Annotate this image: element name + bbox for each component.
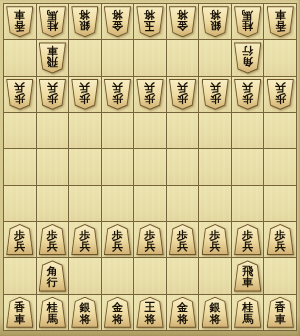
piece-sente-lance[interactable]: 香車 [267, 297, 294, 328]
piece-gote-silver[interactable]: 銀将 [202, 6, 229, 37]
board-cell[interactable] [102, 40, 134, 75]
kanji-char: 兵 [275, 81, 286, 93]
board-cell[interactable]: 歩兵 [232, 77, 264, 112]
board-cell[interactable] [264, 149, 296, 184]
piece-gote-pawn[interactable]: 歩兵 [234, 79, 261, 110]
board-cell[interactable] [167, 258, 199, 293]
board-cell[interactable] [167, 186, 199, 221]
piece-gote-gold[interactable]: 金将 [104, 6, 131, 37]
piece-gote-pawn[interactable]: 歩兵 [267, 79, 294, 110]
piece-gote-rook[interactable]: 飛車 [39, 42, 66, 73]
kanji-char: 馬 [47, 9, 58, 21]
board-cell[interactable] [4, 186, 36, 221]
board-cell[interactable] [102, 186, 134, 221]
board-cell[interactable] [199, 40, 231, 75]
board-cell[interactable]: 金将 [102, 295, 134, 330]
board-cell[interactable]: 歩兵 [134, 77, 166, 112]
piece-kanji-label: 歩兵 [202, 79, 229, 110]
piece-kanji-label: 歩兵 [6, 224, 33, 255]
piece-kanji-label: 歩兵 [6, 79, 33, 110]
piece-gote-knight[interactable]: 桂馬 [234, 6, 261, 37]
board-cell[interactable]: 香車 [4, 4, 36, 39]
piece-kanji-label: 歩兵 [267, 224, 294, 255]
kanji-char: 兵 [14, 241, 25, 253]
kanji-char: 歩 [47, 93, 58, 105]
board-cell[interactable]: 金将 [102, 4, 134, 39]
piece-kanji-label: 歩兵 [202, 224, 229, 255]
piece-gote-pawn[interactable]: 歩兵 [136, 79, 163, 110]
piece-gote-lance[interactable]: 香車 [267, 6, 294, 37]
board-cell[interactable]: 香車 [264, 4, 296, 39]
piece-kanji-label: 銀将 [202, 6, 229, 37]
kanji-char: 兵 [242, 81, 253, 93]
board-cell[interactable]: 歩兵 [167, 222, 199, 257]
kanji-char: 兵 [210, 241, 221, 253]
kanji-char: 歩 [242, 93, 253, 105]
piece-kanji-label: 飛車 [234, 260, 261, 291]
board-cell[interactable]: 香車 [264, 295, 296, 330]
piece-sente-silver[interactable]: 銀将 [71, 297, 98, 328]
piece-kanji-label: 桂馬 [234, 297, 261, 328]
board-cell[interactable]: 角行 [37, 258, 69, 293]
board-cell[interactable]: 歩兵 [102, 222, 134, 257]
piece-sente-pawn[interactable]: 歩兵 [136, 224, 163, 255]
piece-sente-knight[interactable]: 桂馬 [234, 297, 261, 328]
piece-sente-pawn[interactable]: 歩兵 [267, 224, 294, 255]
board-cell[interactable] [134, 149, 166, 184]
piece-kanji-label: 銀将 [71, 297, 98, 328]
kanji-char: 桂 [242, 20, 253, 32]
kanji-char: 角 [242, 57, 253, 69]
kanji-char: 兵 [79, 241, 90, 253]
board-cell[interactable]: 銀将 [69, 295, 101, 330]
kanji-char: 金 [177, 20, 188, 32]
kanji-char: 兵 [210, 81, 221, 93]
board-cell[interactable]: 王将 [134, 295, 166, 330]
piece-sente-pawn[interactable]: 歩兵 [169, 224, 196, 255]
kanji-char: 桂 [47, 20, 58, 32]
piece-gote-lance[interactable]: 香車 [6, 6, 33, 37]
piece-gote-knight[interactable]: 桂馬 [39, 6, 66, 37]
kanji-char: 将 [177, 314, 188, 326]
piece-kanji-label: 桂馬 [39, 297, 66, 328]
board-cell[interactable]: 銀将 [199, 4, 231, 39]
piece-kanji-label: 角行 [234, 42, 261, 73]
kanji-char: 歩 [210, 93, 221, 105]
kanji-char: 玉 [144, 20, 155, 32]
board-cell[interactable]: 桂馬 [232, 4, 264, 39]
board-cell[interactable] [167, 113, 199, 148]
board-cell[interactable] [199, 149, 231, 184]
board-cell[interactable] [134, 258, 166, 293]
piece-kanji-label: 歩兵 [104, 79, 131, 110]
kanji-char: 歩 [275, 93, 286, 105]
board-cell[interactable]: 歩兵 [37, 222, 69, 257]
kanji-char: 将 [112, 314, 123, 326]
board-cell[interactable] [264, 258, 296, 293]
kanji-char: 馬 [242, 314, 253, 326]
board-cell[interactable]: 角行 [232, 40, 264, 75]
board-cell[interactable] [37, 186, 69, 221]
board-cell[interactable] [69, 258, 101, 293]
kanji-char: 兵 [47, 241, 58, 253]
board-cell[interactable]: 香車 [4, 295, 36, 330]
piece-kanji-label: 香車 [267, 297, 294, 328]
board-cell[interactable]: 玉将 [134, 4, 166, 39]
piece-kanji-label: 角行 [39, 260, 66, 291]
board-cell[interactable]: 歩兵 [199, 77, 231, 112]
piece-sente-pawn[interactable]: 歩兵 [6, 224, 33, 255]
piece-sente-pawn[interactable]: 歩兵 [71, 224, 98, 255]
kanji-char: 将 [210, 314, 221, 326]
kanji-char: 兵 [14, 81, 25, 93]
piece-kanji-label: 歩兵 [267, 79, 294, 110]
kanji-char: 香 [14, 20, 25, 32]
piece-kanji-label: 歩兵 [71, 224, 98, 255]
piece-kanji-label: 王将 [136, 297, 163, 328]
board-cell[interactable] [102, 113, 134, 148]
piece-gote-king[interactable]: 玉将 [136, 6, 163, 37]
kanji-char: 兵 [144, 241, 155, 253]
piece-kanji-label: 金将 [169, 6, 196, 37]
piece-kanji-label: 銀将 [202, 297, 229, 328]
piece-kanji-label: 歩兵 [136, 79, 163, 110]
board-cell[interactable] [69, 186, 101, 221]
kanji-char: 行 [47, 277, 58, 289]
board-cell[interactable]: 歩兵 [264, 222, 296, 257]
piece-kanji-label: 歩兵 [104, 224, 131, 255]
kanji-char: 将 [210, 9, 221, 21]
kanji-char: 兵 [47, 81, 58, 93]
kanji-char: 兵 [242, 241, 253, 253]
kanji-char: 車 [14, 314, 25, 326]
piece-sente-gold[interactable]: 金将 [104, 297, 131, 328]
piece-kanji-label: 歩兵 [234, 224, 261, 255]
kanji-char: 兵 [144, 81, 155, 93]
piece-sente-lance[interactable]: 香車 [6, 297, 33, 328]
piece-gote-pawn[interactable]: 歩兵 [39, 79, 66, 110]
piece-sente-silver[interactable]: 銀将 [202, 297, 229, 328]
piece-gote-pawn[interactable]: 歩兵 [169, 79, 196, 110]
board-cell[interactable] [232, 186, 264, 221]
kanji-char: 兵 [112, 81, 123, 93]
board-cell[interactable] [232, 149, 264, 184]
board-cell[interactable] [199, 113, 231, 148]
piece-kanji-label: 歩兵 [169, 224, 196, 255]
board-cell[interactable]: 桂馬 [232, 295, 264, 330]
board-cell[interactable]: 銀将 [199, 295, 231, 330]
board-cell[interactable] [37, 113, 69, 148]
kanji-char: 将 [79, 9, 90, 21]
board-cell[interactable]: 歩兵 [134, 222, 166, 257]
piece-gote-silver[interactable]: 銀将 [71, 6, 98, 37]
board-cell[interactable]: 歩兵 [37, 77, 69, 112]
piece-gote-pawn[interactable]: 歩兵 [71, 79, 98, 110]
board-cell[interactable]: 金将 [167, 295, 199, 330]
piece-sente-gold[interactable]: 金将 [169, 297, 196, 328]
shogi-board: 香車桂馬銀将金将玉将金将銀将桂馬香車飛車角行歩兵歩兵歩兵歩兵歩兵歩兵歩兵歩兵歩兵… [3, 3, 297, 331]
piece-kanji-label: 桂馬 [234, 6, 261, 37]
kanji-char: 将 [79, 314, 90, 326]
piece-sente-pawn[interactable]: 歩兵 [202, 224, 229, 255]
piece-kanji-label: 銀将 [71, 6, 98, 37]
board-cell[interactable] [69, 113, 101, 148]
kanji-char: 歩 [177, 93, 188, 105]
piece-kanji-label: 歩兵 [39, 79, 66, 110]
kanji-char: 歩 [144, 93, 155, 105]
kanji-char: 車 [14, 9, 25, 21]
board-cell[interactable]: 桂馬 [37, 295, 69, 330]
kanji-char: 車 [275, 9, 286, 21]
board-cell[interactable] [134, 186, 166, 221]
board-cell[interactable] [37, 149, 69, 184]
board-cell[interactable] [69, 149, 101, 184]
board-cell[interactable] [102, 258, 134, 293]
board-cell[interactable]: 飛車 [232, 258, 264, 293]
board-cell[interactable]: 歩兵 [4, 222, 36, 257]
piece-sente-bishop[interactable]: 角行 [39, 260, 66, 291]
board-cell[interactable] [4, 113, 36, 148]
board-cell[interactable] [264, 186, 296, 221]
board-cell[interactable] [167, 149, 199, 184]
piece-gote-pawn[interactable]: 歩兵 [202, 79, 229, 110]
piece-kanji-label: 香車 [6, 6, 33, 37]
piece-kanji-label: 歩兵 [169, 79, 196, 110]
piece-kanji-label: 玉将 [136, 6, 163, 37]
kanji-char: 飛 [47, 57, 58, 69]
piece-kanji-label: 飛車 [39, 42, 66, 73]
kanji-char: 銀 [79, 20, 90, 32]
kanji-char: 車 [47, 45, 58, 57]
piece-kanji-label: 歩兵 [136, 224, 163, 255]
kanji-char: 車 [275, 314, 286, 326]
piece-sente-rook[interactable]: 飛車 [234, 260, 261, 291]
board-cell[interactable]: 歩兵 [167, 77, 199, 112]
kanji-char: 兵 [275, 241, 286, 253]
kanji-char: 馬 [242, 9, 253, 21]
kanji-char: 兵 [177, 81, 188, 93]
kanji-char: 兵 [112, 241, 123, 253]
kanji-char: 歩 [79, 93, 90, 105]
board-cell[interactable] [167, 40, 199, 75]
kanji-char: 歩 [14, 93, 25, 105]
board-cell[interactable] [264, 40, 296, 75]
piece-gote-pawn[interactable]: 歩兵 [6, 79, 33, 110]
piece-kanji-label: 歩兵 [39, 224, 66, 255]
board-cell[interactable]: 歩兵 [102, 77, 134, 112]
board-cell[interactable] [69, 40, 101, 75]
board-cell[interactable]: 歩兵 [264, 77, 296, 112]
piece-sente-pawn[interactable]: 歩兵 [39, 224, 66, 255]
board-cell[interactable] [134, 40, 166, 75]
piece-sente-knight[interactable]: 桂馬 [39, 297, 66, 328]
kanji-char: 香 [275, 20, 286, 32]
piece-kanji-label: 金将 [169, 297, 196, 328]
kanji-char: 銀 [210, 20, 221, 32]
piece-kanji-label: 桂馬 [39, 6, 66, 37]
piece-gote-bishop[interactable]: 角行 [234, 42, 261, 73]
board-cell[interactable] [199, 258, 231, 293]
kanji-char: 兵 [79, 81, 90, 93]
board-cell[interactable]: 歩兵 [69, 222, 101, 257]
board-cell[interactable]: 銀将 [69, 4, 101, 39]
board-cell[interactable] [4, 40, 36, 75]
piece-kanji-label: 香車 [6, 297, 33, 328]
board-cell[interactable] [264, 113, 296, 148]
kanji-char: 将 [112, 9, 123, 21]
board-cell[interactable] [102, 149, 134, 184]
kanji-char: 兵 [177, 241, 188, 253]
piece-gote-pawn[interactable]: 歩兵 [104, 79, 131, 110]
board-cell[interactable]: 飛車 [37, 40, 69, 75]
board-cell[interactable]: 歩兵 [232, 222, 264, 257]
board-cell[interactable]: 桂馬 [37, 4, 69, 39]
board-cell[interactable] [4, 258, 36, 293]
board-cell[interactable]: 歩兵 [4, 77, 36, 112]
piece-kanji-label: 香車 [267, 6, 294, 37]
piece-sente-pawn[interactable]: 歩兵 [234, 224, 261, 255]
piece-kanji-label: 歩兵 [71, 79, 98, 110]
piece-kanji-label: 歩兵 [234, 79, 261, 110]
piece-sente-pawn[interactable]: 歩兵 [104, 224, 131, 255]
board-cell[interactable]: 歩兵 [69, 77, 101, 112]
kanji-char: 車 [242, 277, 253, 289]
board-cell[interactable] [199, 186, 231, 221]
board-cell[interactable]: 金将 [167, 4, 199, 39]
board-cell[interactable]: 歩兵 [199, 222, 231, 257]
kanji-char: 馬 [47, 314, 58, 326]
board-cell[interactable] [232, 113, 264, 148]
piece-kanji-label: 金将 [104, 297, 131, 328]
board-cell[interactable] [134, 113, 166, 148]
kanji-char: 行 [242, 45, 253, 57]
piece-kanji-label: 金将 [104, 6, 131, 37]
kanji-char: 金 [112, 20, 123, 32]
kanji-char: 将 [144, 314, 155, 326]
piece-sente-king[interactable]: 王将 [136, 297, 163, 328]
shogi-app: 香車桂馬銀将金将玉将金将銀将桂馬香車飛車角行歩兵歩兵歩兵歩兵歩兵歩兵歩兵歩兵歩兵… [0, 0, 300, 336]
kanji-char: 将 [177, 9, 188, 21]
kanji-char: 歩 [112, 93, 123, 105]
piece-gote-gold[interactable]: 金将 [169, 6, 196, 37]
kanji-char: 将 [144, 9, 155, 21]
board-cell[interactable] [4, 149, 36, 184]
